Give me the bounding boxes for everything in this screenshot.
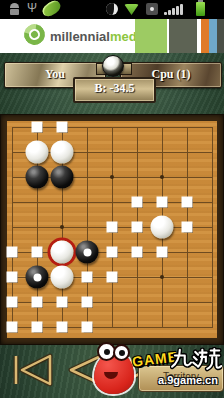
banner-color-block: [209, 19, 217, 53]
battery-icon: [196, 2, 205, 16]
banner-color-block: [201, 19, 209, 53]
millennial-media-logo-icon: [20, 20, 49, 49]
stones-sphere-icon: [102, 55, 124, 77]
territory-mark-white: [107, 272, 118, 283]
sd-card-icon: [146, 3, 158, 15]
wifi-icon: [124, 4, 139, 15]
score-value: B: -34.5: [75, 81, 154, 96]
ad-url-text[interactable]: a.9game.cn: [158, 374, 218, 386]
territory-mark-white: [107, 222, 118, 233]
territory-mark-white: [32, 247, 43, 258]
territory-mark-white: [57, 322, 68, 333]
dead-stone-dot: [33, 273, 41, 281]
9game-mascot-icon[interactable]: [92, 342, 138, 396]
territory-mark-white: [107, 247, 118, 258]
phone-screen: Ψ millennialmedia. You Cpu (1) B: -34.5: [0, 0, 224, 398]
grid-line: [212, 127, 213, 328]
territory-mark-white: [7, 247, 18, 258]
territory-mark-white: [132, 247, 143, 258]
territory-mark-white: [82, 272, 93, 283]
territory-mark-white: [57, 297, 68, 308]
signal-bars-icon: [164, 4, 186, 15]
white-stone-last-move: [51, 241, 74, 264]
territory-mark-white: [7, 322, 18, 333]
black-stone: [26, 166, 49, 189]
pea-pod-notification-icon: [40, 0, 62, 18]
territory-mark-white: [82, 297, 93, 308]
territory-mark-white: [32, 297, 43, 308]
go-board-frame: [0, 114, 224, 345]
hoshi-point: [110, 175, 114, 179]
black-stone-dead: [26, 266, 49, 289]
territory-mark-white: [57, 122, 68, 133]
go-board[interactable]: [7, 121, 217, 338]
black-stone-dead: [76, 241, 99, 264]
white-stone: [151, 216, 174, 239]
dead-stone-dot: [83, 248, 91, 256]
white-stone: [26, 141, 49, 164]
territory-mark-white: [32, 322, 43, 333]
territory-mark-white: [157, 197, 168, 208]
territory-mark-white: [132, 197, 143, 208]
hoshi-point: [160, 275, 164, 279]
banner-color-block: [217, 19, 224, 53]
usb-icon: Ψ: [27, 1, 37, 16]
black-stone: [51, 166, 74, 189]
territory-mark-white: [132, 222, 143, 233]
9game-cjk-logo[interactable]: [170, 344, 222, 374]
status-bar: Ψ: [0, 0, 224, 19]
hoshi-point: [160, 175, 164, 179]
territory-mark-white: [82, 322, 93, 333]
territory-mark-white: [182, 197, 193, 208]
territory-mark-white: [32, 122, 43, 133]
territory-mark-white: [157, 247, 168, 258]
scoreboard: You Cpu (1) B: -34.5: [0, 53, 224, 114]
android-robot-icon: [9, 3, 20, 15]
banner-color-block: [169, 19, 197, 53]
brand-bold: millennial: [50, 29, 110, 44]
white-stone: [51, 141, 74, 164]
skip-to-start-button[interactable]: [6, 351, 58, 389]
territory-mark-white: [182, 222, 193, 233]
data-swirl-icon: [106, 3, 118, 15]
banner-color-block: [135, 19, 167, 53]
territory-mark-white: [7, 297, 18, 308]
mascot-eye: [113, 344, 130, 361]
ad-banner-millennial-media[interactable]: millennialmedia.: [0, 19, 224, 53]
hoshi-point: [60, 225, 64, 229]
score-plaque: B: -34.5: [73, 77, 156, 103]
territory-mark-white: [7, 272, 18, 283]
white-stone: [51, 266, 74, 289]
